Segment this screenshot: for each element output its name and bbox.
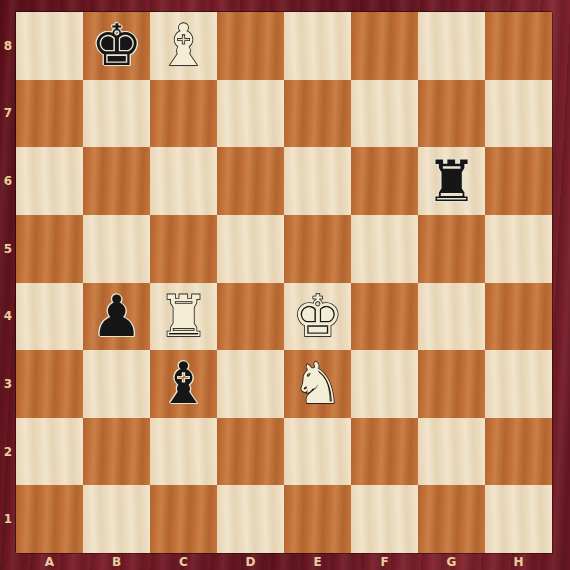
square-g4[interactable] bbox=[418, 283, 485, 351]
square-b6[interactable] bbox=[83, 147, 150, 215]
square-f6[interactable] bbox=[351, 147, 418, 215]
square-f1[interactable] bbox=[351, 485, 418, 553]
file-label-d: D bbox=[217, 553, 284, 570]
square-c3[interactable]: ♝ bbox=[150, 350, 217, 418]
file-label-e: E bbox=[284, 553, 351, 570]
chess-board[interactable]: ♚♝♜♟♜♚♝♞ bbox=[16, 12, 552, 553]
white-rook-c4[interactable]: ♜ bbox=[150, 283, 217, 351]
square-d4[interactable] bbox=[217, 283, 284, 351]
square-c4[interactable]: ♜ bbox=[150, 283, 217, 351]
square-h2[interactable] bbox=[485, 418, 552, 486]
square-e3[interactable]: ♞ bbox=[284, 350, 351, 418]
square-a7[interactable] bbox=[16, 80, 83, 148]
square-b2[interactable] bbox=[83, 418, 150, 486]
rank-label-2: 2 bbox=[0, 418, 16, 486]
square-b3[interactable] bbox=[83, 350, 150, 418]
square-b7[interactable] bbox=[83, 80, 150, 148]
file-label-c: C bbox=[150, 553, 217, 570]
rank-labels: 87654321 bbox=[0, 12, 16, 553]
file-label-a: A bbox=[16, 553, 83, 570]
square-e5[interactable] bbox=[284, 215, 351, 283]
square-f8[interactable] bbox=[351, 12, 418, 80]
rank-label-6: 6 bbox=[0, 147, 16, 215]
square-d1[interactable] bbox=[217, 485, 284, 553]
square-h1[interactable] bbox=[485, 485, 552, 553]
square-b1[interactable] bbox=[83, 485, 150, 553]
square-a5[interactable] bbox=[16, 215, 83, 283]
square-g6[interactable]: ♜ bbox=[418, 147, 485, 215]
file-label-f: F bbox=[351, 553, 418, 570]
square-f4[interactable] bbox=[351, 283, 418, 351]
square-h6[interactable] bbox=[485, 147, 552, 215]
square-e4[interactable]: ♚ bbox=[284, 283, 351, 351]
white-knight-e3[interactable]: ♞ bbox=[284, 350, 351, 418]
square-a6[interactable] bbox=[16, 147, 83, 215]
black-bishop-c3[interactable]: ♝ bbox=[150, 350, 217, 418]
black-pawn-b4[interactable]: ♟ bbox=[83, 283, 150, 351]
square-a1[interactable] bbox=[16, 485, 83, 553]
rank-label-4: 4 bbox=[0, 283, 16, 351]
square-d2[interactable] bbox=[217, 418, 284, 486]
rank-label-8: 8 bbox=[0, 12, 16, 80]
square-e2[interactable] bbox=[284, 418, 351, 486]
square-g2[interactable] bbox=[418, 418, 485, 486]
square-a3[interactable] bbox=[16, 350, 83, 418]
file-label-b: B bbox=[83, 553, 150, 570]
square-g3[interactable] bbox=[418, 350, 485, 418]
square-d5[interactable] bbox=[217, 215, 284, 283]
square-a2[interactable] bbox=[16, 418, 83, 486]
square-g5[interactable] bbox=[418, 215, 485, 283]
white-king-e4[interactable]: ♚ bbox=[284, 283, 351, 351]
square-e1[interactable] bbox=[284, 485, 351, 553]
square-h4[interactable] bbox=[485, 283, 552, 351]
square-e6[interactable] bbox=[284, 147, 351, 215]
square-b4[interactable]: ♟ bbox=[83, 283, 150, 351]
rank-label-5: 5 bbox=[0, 215, 16, 283]
square-f2[interactable] bbox=[351, 418, 418, 486]
square-c1[interactable] bbox=[150, 485, 217, 553]
square-e8[interactable] bbox=[284, 12, 351, 80]
square-g1[interactable] bbox=[418, 485, 485, 553]
file-label-h: H bbox=[485, 553, 552, 570]
square-f3[interactable] bbox=[351, 350, 418, 418]
square-c6[interactable] bbox=[150, 147, 217, 215]
square-h7[interactable] bbox=[485, 80, 552, 148]
square-d8[interactable] bbox=[217, 12, 284, 80]
square-a8[interactable] bbox=[16, 12, 83, 80]
square-a4[interactable] bbox=[16, 283, 83, 351]
square-g7[interactable] bbox=[418, 80, 485, 148]
square-d3[interactable] bbox=[217, 350, 284, 418]
file-label-g: G bbox=[418, 553, 485, 570]
rank-label-1: 1 bbox=[0, 485, 16, 553]
square-b8[interactable]: ♚ bbox=[83, 12, 150, 80]
square-c8[interactable]: ♝ bbox=[150, 12, 217, 80]
square-g8[interactable] bbox=[418, 12, 485, 80]
square-h3[interactable] bbox=[485, 350, 552, 418]
square-e7[interactable] bbox=[284, 80, 351, 148]
square-h5[interactable] bbox=[485, 215, 552, 283]
square-c7[interactable] bbox=[150, 80, 217, 148]
black-rook-g6[interactable]: ♜ bbox=[418, 147, 485, 215]
square-f7[interactable] bbox=[351, 80, 418, 148]
square-b5[interactable] bbox=[83, 215, 150, 283]
square-f5[interactable] bbox=[351, 215, 418, 283]
file-labels: ABCDEFGH bbox=[16, 553, 552, 570]
black-king-b8[interactable]: ♚ bbox=[83, 12, 150, 80]
rank-label-3: 3 bbox=[0, 350, 16, 418]
chess-board-frame: 87654321 ♚♝♜♟♜♚♝♞ ABCDEFGH bbox=[0, 0, 570, 570]
square-c5[interactable] bbox=[150, 215, 217, 283]
square-d6[interactable] bbox=[217, 147, 284, 215]
white-bishop-c8[interactable]: ♝ bbox=[150, 12, 217, 80]
square-d7[interactable] bbox=[217, 80, 284, 148]
square-h8[interactable] bbox=[485, 12, 552, 80]
square-c2[interactable] bbox=[150, 418, 217, 486]
rank-label-7: 7 bbox=[0, 80, 16, 148]
